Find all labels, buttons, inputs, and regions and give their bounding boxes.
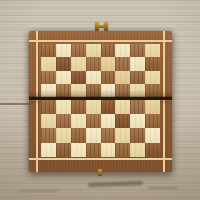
square [145, 84, 160, 97]
square [86, 128, 101, 142]
square [41, 84, 56, 97]
square [71, 84, 86, 97]
table-grain-streak [88, 181, 143, 187]
square [86, 100, 101, 114]
square [101, 143, 116, 157]
square [101, 100, 116, 114]
square [130, 128, 145, 142]
inlay-line-top [29, 40, 172, 42]
square [101, 114, 116, 128]
square [130, 71, 145, 84]
inlay-line-bottom [29, 158, 172, 160]
square [130, 143, 145, 157]
square [145, 100, 160, 114]
square [101, 71, 116, 84]
square [101, 44, 116, 57]
square [145, 114, 160, 128]
board-grid-upper [41, 44, 160, 97]
square [41, 114, 56, 128]
inlay-line-right [163, 31, 165, 172]
square [71, 71, 86, 84]
square [115, 71, 130, 84]
inlay-line-left [36, 31, 38, 172]
square [71, 57, 86, 70]
square [86, 114, 101, 128]
square [115, 57, 130, 70]
square [56, 114, 71, 128]
square [86, 143, 101, 157]
square [101, 84, 116, 97]
square [115, 44, 130, 57]
hinge-pin [98, 169, 102, 175]
board-grid-lower [41, 100, 160, 158]
square [56, 84, 71, 97]
square [41, 71, 56, 84]
table-grain-streak [18, 190, 58, 192]
square [56, 100, 71, 114]
square [115, 143, 130, 157]
square [41, 128, 56, 142]
square [56, 143, 71, 157]
square [86, 84, 101, 97]
square [115, 114, 130, 128]
square [56, 57, 71, 70]
square [145, 44, 160, 57]
table-plank-gap-highlight [0, 105, 31, 106]
brass-clasp [95, 21, 108, 31]
square [115, 100, 130, 114]
square [115, 84, 130, 97]
square [41, 143, 56, 157]
table-surface [0, 0, 200, 200]
square [86, 44, 101, 57]
square [71, 143, 86, 157]
square [101, 128, 116, 142]
square [71, 44, 86, 57]
square [56, 44, 71, 57]
square [130, 44, 145, 57]
square [56, 128, 71, 142]
square [130, 84, 145, 97]
square [101, 57, 116, 70]
square [145, 128, 160, 142]
square [130, 114, 145, 128]
square [41, 57, 56, 70]
square [145, 143, 160, 157]
square [130, 100, 145, 114]
clasp-post [104, 21, 108, 31]
square [41, 100, 56, 114]
table-grain-streak [148, 187, 178, 189]
square [56, 71, 71, 84]
square [41, 44, 56, 57]
square [115, 128, 130, 142]
square [71, 100, 86, 114]
square [145, 57, 160, 70]
square [145, 71, 160, 84]
square [71, 114, 86, 128]
chess-board [29, 31, 172, 172]
square [71, 128, 86, 142]
square [130, 57, 145, 70]
square [86, 57, 101, 70]
square [86, 71, 101, 84]
